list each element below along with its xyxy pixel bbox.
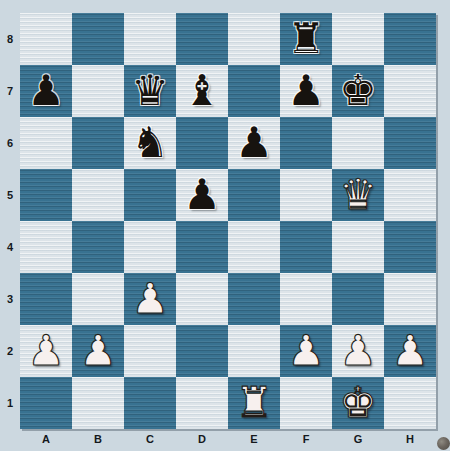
square-c4[interactable]: [124, 221, 176, 273]
square-b1[interactable]: [72, 377, 124, 429]
square-h2[interactable]: ♟: [384, 325, 436, 377]
square-f5[interactable]: [280, 169, 332, 221]
file-label-f: F: [280, 431, 332, 447]
piece-black-pawn-e6[interactable]: ♟: [235, 122, 273, 164]
square-g3[interactable]: [332, 273, 384, 325]
square-d6[interactable]: [176, 117, 228, 169]
file-label-g: G: [332, 431, 384, 447]
square-b8[interactable]: [72, 13, 124, 65]
rank-labels: 87654321: [0, 13, 20, 429]
square-g2[interactable]: ♟: [332, 325, 384, 377]
square-b4[interactable]: [72, 221, 124, 273]
square-f8[interactable]: ♜: [280, 13, 332, 65]
square-e3[interactable]: [228, 273, 280, 325]
square-b6[interactable]: [72, 117, 124, 169]
square-c6[interactable]: ♞: [124, 117, 176, 169]
square-d3[interactable]: [176, 273, 228, 325]
square-b2[interactable]: ♟: [72, 325, 124, 377]
square-e5[interactable]: [228, 169, 280, 221]
square-c1[interactable]: [124, 377, 176, 429]
square-d5[interactable]: ♟: [176, 169, 228, 221]
square-e2[interactable]: [228, 325, 280, 377]
rank-label-7: 7: [0, 65, 20, 117]
square-c5[interactable]: [124, 169, 176, 221]
piece-black-king-g7[interactable]: ♚: [339, 70, 377, 112]
file-label-a: A: [20, 431, 72, 447]
square-h1[interactable]: [384, 377, 436, 429]
square-e7[interactable]: [228, 65, 280, 117]
corner-handle[interactable]: [437, 437, 450, 450]
piece-black-rook-f8[interactable]: ♜: [287, 18, 325, 60]
piece-black-pawn-a7[interactable]: ♟: [27, 70, 65, 112]
piece-black-queen-c7[interactable]: ♛: [131, 70, 169, 112]
piece-black-knight-c6[interactable]: ♞: [131, 122, 169, 164]
square-f4[interactable]: [280, 221, 332, 273]
piece-black-pawn-d5[interactable]: ♟: [183, 174, 221, 216]
square-c2[interactable]: [124, 325, 176, 377]
file-label-e: E: [228, 431, 280, 447]
square-a6[interactable]: [20, 117, 72, 169]
chess-board-screen: 87654321 ♜♟♛♝♟♚♞♟♟♛♟♟♟♟♟♟♜♚ ABCDEFGH: [0, 0, 450, 451]
rank-label-6: 6: [0, 117, 20, 169]
square-c8[interactable]: [124, 13, 176, 65]
square-b7[interactable]: [72, 65, 124, 117]
piece-white-pawn-b2[interactable]: ♟: [79, 330, 117, 372]
square-a7[interactable]: ♟: [20, 65, 72, 117]
square-d1[interactable]: [176, 377, 228, 429]
rank-label-3: 3: [0, 273, 20, 325]
rank-label-1: 1: [0, 377, 20, 429]
square-h8[interactable]: [384, 13, 436, 65]
square-f3[interactable]: [280, 273, 332, 325]
piece-white-pawn-c3[interactable]: ♟: [131, 278, 169, 320]
piece-white-pawn-h2[interactable]: ♟: [391, 330, 429, 372]
square-g4[interactable]: [332, 221, 384, 273]
square-a2[interactable]: ♟: [20, 325, 72, 377]
square-c7[interactable]: ♛: [124, 65, 176, 117]
piece-white-pawn-a2[interactable]: ♟: [27, 330, 65, 372]
file-label-c: C: [124, 431, 176, 447]
square-g6[interactable]: [332, 117, 384, 169]
square-f6[interactable]: [280, 117, 332, 169]
rank-label-2: 2: [0, 325, 20, 377]
square-e6[interactable]: ♟: [228, 117, 280, 169]
square-a1[interactable]: [20, 377, 72, 429]
square-f7[interactable]: ♟: [280, 65, 332, 117]
square-g8[interactable]: [332, 13, 384, 65]
square-a4[interactable]: [20, 221, 72, 273]
square-g5[interactable]: ♛: [332, 169, 384, 221]
square-h7[interactable]: [384, 65, 436, 117]
file-label-h: H: [384, 431, 436, 447]
square-d8[interactable]: [176, 13, 228, 65]
square-e8[interactable]: [228, 13, 280, 65]
square-b5[interactable]: [72, 169, 124, 221]
square-e1[interactable]: ♜: [228, 377, 280, 429]
square-d4[interactable]: [176, 221, 228, 273]
square-a3[interactable]: [20, 273, 72, 325]
piece-white-pawn-f2[interactable]: ♟: [287, 330, 325, 372]
square-g7[interactable]: ♚: [332, 65, 384, 117]
piece-white-king-g1[interactable]: ♚: [339, 382, 377, 424]
rank-label-4: 4: [0, 221, 20, 273]
piece-black-bishop-d7[interactable]: ♝: [183, 70, 221, 112]
square-g1[interactable]: ♚: [332, 377, 384, 429]
square-h5[interactable]: [384, 169, 436, 221]
square-f1[interactable]: [280, 377, 332, 429]
rank-label-5: 5: [0, 169, 20, 221]
rank-label-8: 8: [0, 13, 20, 65]
square-c3[interactable]: ♟: [124, 273, 176, 325]
chess-board: ♜♟♛♝♟♚♞♟♟♛♟♟♟♟♟♟♜♚: [20, 13, 436, 429]
square-d2[interactable]: [176, 325, 228, 377]
file-label-b: B: [72, 431, 124, 447]
square-a8[interactable]: [20, 13, 72, 65]
square-h4[interactable]: [384, 221, 436, 273]
square-h3[interactable]: [384, 273, 436, 325]
square-h6[interactable]: [384, 117, 436, 169]
piece-black-pawn-f7[interactable]: ♟: [287, 70, 325, 112]
square-a5[interactable]: [20, 169, 72, 221]
file-labels: ABCDEFGH: [20, 431, 436, 447]
piece-white-queen-g5[interactable]: ♛: [339, 174, 377, 216]
piece-white-pawn-g2[interactable]: ♟: [339, 330, 377, 372]
square-f2[interactable]: ♟: [280, 325, 332, 377]
square-b3[interactable]: [72, 273, 124, 325]
piece-white-rook-e1[interactable]: ♜: [235, 382, 273, 424]
square-d7[interactable]: ♝: [176, 65, 228, 117]
square-e4[interactable]: [228, 221, 280, 273]
file-label-d: D: [176, 431, 228, 447]
